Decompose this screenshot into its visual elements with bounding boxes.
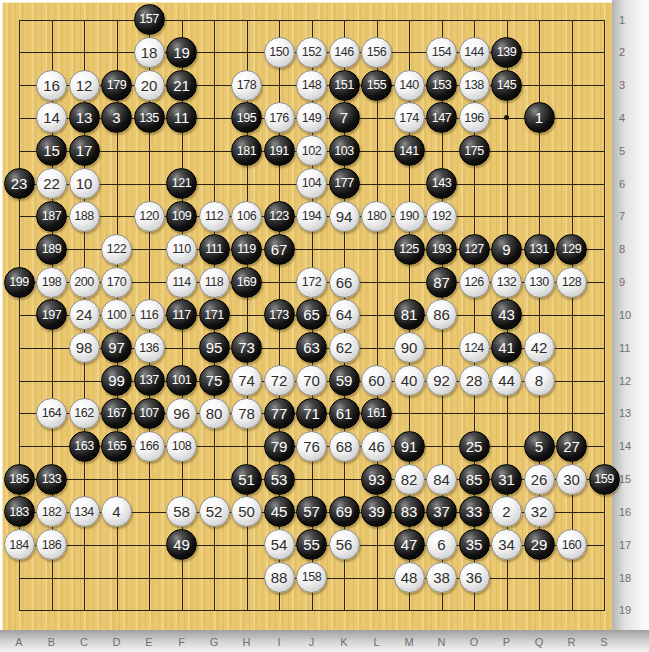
stone-white-60: 60 <box>361 365 392 396</box>
stone-black-49: 49 <box>166 529 197 560</box>
stone-white-72: 72 <box>264 365 295 396</box>
stone-white-114: 114 <box>166 267 197 298</box>
stone-black-69: 69 <box>329 496 360 527</box>
col-label-P: P <box>497 636 517 648</box>
col-label-Q: Q <box>529 636 549 648</box>
grid-vline <box>572 20 573 612</box>
stone-white-16: 16 <box>36 70 67 101</box>
row-label-18: 18 <box>619 572 639 584</box>
stone-white-180: 180 <box>361 201 392 232</box>
stone-black-13: 13 <box>69 102 100 133</box>
stone-black-83: 83 <box>394 496 425 527</box>
stone-black-129: 129 <box>556 234 587 265</box>
stone-white-26: 26 <box>524 464 555 495</box>
stone-white-34: 34 <box>491 529 522 560</box>
stone-black-99: 99 <box>101 365 132 396</box>
stone-black-145: 145 <box>491 70 522 101</box>
stone-white-80: 80 <box>199 398 230 429</box>
stone-white-20: 20 <box>134 70 165 101</box>
stone-white-10: 10 <box>69 168 100 199</box>
row-label-9: 9 <box>619 276 639 288</box>
stone-white-188: 188 <box>69 201 100 232</box>
stone-white-68: 68 <box>329 431 360 462</box>
row-label-10: 10 <box>619 309 639 321</box>
stone-white-64: 64 <box>329 299 360 330</box>
stone-black-193: 193 <box>426 234 457 265</box>
stone-white-176: 176 <box>264 102 295 133</box>
stone-white-130: 130 <box>524 267 555 298</box>
col-label-G: G <box>204 636 224 648</box>
stone-black-153: 153 <box>426 70 457 101</box>
bottom-label-strip <box>0 630 649 652</box>
stone-white-166: 166 <box>134 431 165 462</box>
stone-white-112: 112 <box>199 201 230 232</box>
col-label-H: H <box>237 636 257 648</box>
stone-white-96: 96 <box>166 398 197 429</box>
stone-white-144: 144 <box>459 37 490 68</box>
stone-white-56: 56 <box>329 529 360 560</box>
stone-white-8: 8 <box>524 365 555 396</box>
stone-black-35: 35 <box>459 529 490 560</box>
stone-white-90: 90 <box>394 332 425 363</box>
stone-white-92: 92 <box>426 365 457 396</box>
row-label-12: 12 <box>619 375 639 387</box>
stone-black-135: 135 <box>134 102 165 133</box>
stone-black-147: 147 <box>426 102 457 133</box>
stone-white-190: 190 <box>394 201 425 232</box>
stone-black-11: 11 <box>166 102 197 133</box>
col-label-M: M <box>399 636 419 648</box>
stone-black-33: 33 <box>459 496 490 527</box>
stone-black-117: 117 <box>166 299 197 330</box>
stone-white-108: 108 <box>166 431 197 462</box>
stone-white-152: 152 <box>296 37 327 68</box>
stone-white-86: 86 <box>426 299 457 330</box>
stone-white-156: 156 <box>361 37 392 68</box>
stone-white-158: 158 <box>296 562 327 593</box>
stone-black-55: 55 <box>296 529 327 560</box>
row-label-1: 1 <box>619 14 639 26</box>
stone-white-78: 78 <box>231 398 262 429</box>
stone-black-59: 59 <box>329 365 360 396</box>
stone-black-9: 9 <box>491 234 522 265</box>
stone-black-45: 45 <box>264 496 295 527</box>
stone-black-17: 17 <box>69 135 100 166</box>
stone-white-154: 154 <box>426 37 457 68</box>
stone-white-74: 74 <box>231 365 262 396</box>
stone-black-111: 111 <box>199 234 230 265</box>
page: 1571819150152146156154144139161217920211… <box>0 0 649 652</box>
stone-white-104: 104 <box>296 168 327 199</box>
stone-black-21: 21 <box>166 70 197 101</box>
stone-white-126: 126 <box>459 267 490 298</box>
stone-white-146: 146 <box>329 37 360 68</box>
stone-white-36: 36 <box>459 562 490 593</box>
stone-black-155: 155 <box>361 70 392 101</box>
stone-white-200: 200 <box>69 267 100 298</box>
stone-black-71: 71 <box>296 398 327 429</box>
stone-white-42: 42 <box>524 332 555 363</box>
stone-white-162: 162 <box>69 398 100 429</box>
stone-white-76: 76 <box>296 431 327 462</box>
stone-black-29: 29 <box>524 529 555 560</box>
stone-white-118: 118 <box>199 267 230 298</box>
stone-white-198: 198 <box>36 267 67 298</box>
stone-white-120: 120 <box>134 201 165 232</box>
stone-black-177: 177 <box>329 168 360 199</box>
stone-black-195: 195 <box>231 102 262 133</box>
stone-black-131: 131 <box>524 234 555 265</box>
stone-white-28: 28 <box>459 365 490 396</box>
stone-black-183: 183 <box>4 496 35 527</box>
stone-white-84: 84 <box>426 464 457 495</box>
stone-black-127: 127 <box>459 234 490 265</box>
stone-white-44: 44 <box>491 365 522 396</box>
stone-black-171: 171 <box>199 299 230 330</box>
stone-black-65: 65 <box>296 299 327 330</box>
stone-white-4: 4 <box>101 496 132 527</box>
stone-white-24: 24 <box>69 299 100 330</box>
stone-black-87: 87 <box>426 267 457 298</box>
row-label-11: 11 <box>619 342 639 354</box>
col-label-E: E <box>139 636 159 648</box>
stone-black-159: 159 <box>589 464 620 495</box>
stone-white-52: 52 <box>199 496 230 527</box>
stone-white-174: 174 <box>394 102 425 133</box>
stone-white-40: 40 <box>394 365 425 396</box>
stone-white-170: 170 <box>101 267 132 298</box>
row-label-5: 5 <box>619 145 639 157</box>
stone-white-2: 2 <box>491 496 522 527</box>
stone-white-124: 124 <box>459 332 490 363</box>
col-label-D: D <box>107 636 127 648</box>
col-label-L: L <box>367 636 387 648</box>
star-point <box>504 115 509 120</box>
stone-black-1: 1 <box>524 102 555 133</box>
col-label-B: B <box>42 636 62 648</box>
stone-black-63: 63 <box>296 332 327 363</box>
col-label-R: R <box>562 636 582 648</box>
stone-white-136: 136 <box>134 332 165 363</box>
stone-white-12: 12 <box>69 70 100 101</box>
stone-white-48: 48 <box>394 562 425 593</box>
stone-black-109: 109 <box>166 201 197 232</box>
stone-black-103: 103 <box>329 135 360 166</box>
stone-black-119: 119 <box>231 234 262 265</box>
stone-white-102: 102 <box>296 135 327 166</box>
stone-black-181: 181 <box>231 135 262 166</box>
stone-black-199: 199 <box>4 267 35 298</box>
stone-white-132: 132 <box>491 267 522 298</box>
stone-white-14: 14 <box>36 102 67 133</box>
stone-white-196: 196 <box>459 102 490 133</box>
stone-white-6: 6 <box>426 529 457 560</box>
stone-white-138: 138 <box>459 70 490 101</box>
stone-black-23: 23 <box>4 168 35 199</box>
stone-white-82: 82 <box>394 464 425 495</box>
col-label-C: C <box>74 636 94 648</box>
stone-white-98: 98 <box>69 332 100 363</box>
col-label-K: K <box>334 636 354 648</box>
stone-black-85: 85 <box>459 464 490 495</box>
stone-white-184: 184 <box>4 529 35 560</box>
stone-black-143: 143 <box>426 168 457 199</box>
stone-black-31: 31 <box>491 464 522 495</box>
stone-black-41: 41 <box>491 332 522 363</box>
stone-white-88: 88 <box>264 562 295 593</box>
stone-black-133: 133 <box>36 464 67 495</box>
stone-white-62: 62 <box>329 332 360 363</box>
stone-black-157: 157 <box>134 4 165 35</box>
stone-white-182: 182 <box>36 496 67 527</box>
stone-white-70: 70 <box>296 365 327 396</box>
stone-black-57: 57 <box>296 496 327 527</box>
stone-black-173: 173 <box>264 299 295 330</box>
stone-white-122: 122 <box>101 234 132 265</box>
stone-black-165: 165 <box>101 431 132 462</box>
row-label-16: 16 <box>619 506 639 518</box>
stone-black-7: 7 <box>329 102 360 133</box>
grid-hline <box>19 610 605 611</box>
go-board[interactable]: 1571819150152146156154144139161217920211… <box>2 2 612 630</box>
row-label-17: 17 <box>619 539 639 551</box>
stone-white-30: 30 <box>556 464 587 495</box>
stone-white-100: 100 <box>101 299 132 330</box>
stone-black-93: 93 <box>361 464 392 495</box>
stone-black-151: 151 <box>329 70 360 101</box>
stone-white-150: 150 <box>264 37 295 68</box>
stone-white-178: 178 <box>231 70 262 101</box>
stone-white-50: 50 <box>231 496 262 527</box>
stone-black-97: 97 <box>101 332 132 363</box>
row-label-15: 15 <box>619 473 639 485</box>
right-label-strip <box>612 0 649 652</box>
stone-black-53: 53 <box>264 464 295 495</box>
stone-black-137: 137 <box>134 365 165 396</box>
stone-black-121: 121 <box>166 168 197 199</box>
col-label-F: F <box>172 636 192 648</box>
stone-white-94: 94 <box>329 201 360 232</box>
stone-black-107: 107 <box>134 398 165 429</box>
stone-black-61: 61 <box>329 398 360 429</box>
stone-white-128: 128 <box>556 267 587 298</box>
row-label-4: 4 <box>619 112 639 124</box>
row-label-3: 3 <box>619 79 639 91</box>
stone-white-116: 116 <box>134 299 165 330</box>
grid-vline <box>604 20 605 612</box>
col-label-J: J <box>302 636 322 648</box>
stone-white-192: 192 <box>426 201 457 232</box>
stone-black-125: 125 <box>394 234 425 265</box>
stone-black-27: 27 <box>556 431 587 462</box>
stone-black-175: 175 <box>459 135 490 166</box>
stone-white-54: 54 <box>264 529 295 560</box>
stone-black-95: 95 <box>199 332 230 363</box>
stone-black-101: 101 <box>166 365 197 396</box>
stone-black-15: 15 <box>36 135 67 166</box>
stone-black-75: 75 <box>199 365 230 396</box>
stone-black-163: 163 <box>69 431 100 462</box>
col-label-N: N <box>432 636 452 648</box>
stone-black-47: 47 <box>394 529 425 560</box>
stone-black-81: 81 <box>394 299 425 330</box>
stone-white-58: 58 <box>166 496 197 527</box>
col-label-I: I <box>269 636 289 648</box>
row-label-19: 19 <box>619 604 639 616</box>
stone-black-123: 123 <box>264 201 295 232</box>
stone-black-77: 77 <box>264 398 295 429</box>
col-label-O: O <box>464 636 484 648</box>
stone-white-194: 194 <box>296 201 327 232</box>
stone-white-140: 140 <box>394 70 425 101</box>
stone-black-3: 3 <box>101 102 132 133</box>
stone-black-167: 167 <box>101 398 132 429</box>
stone-black-91: 91 <box>394 431 425 462</box>
stone-white-134: 134 <box>69 496 100 527</box>
stone-black-189: 189 <box>36 234 67 265</box>
stone-white-22: 22 <box>36 168 67 199</box>
stone-black-139: 139 <box>491 37 522 68</box>
col-label-S: S <box>594 636 614 648</box>
stone-black-37: 37 <box>426 496 457 527</box>
stone-black-73: 73 <box>231 332 262 363</box>
row-label-6: 6 <box>619 178 639 190</box>
stone-white-186: 186 <box>36 529 67 560</box>
stone-black-79: 79 <box>264 431 295 462</box>
stone-black-19: 19 <box>166 37 197 68</box>
stone-black-51: 51 <box>231 464 262 495</box>
stone-black-197: 197 <box>36 299 67 330</box>
stone-white-149: 149 <box>296 102 327 133</box>
stone-white-172: 172 <box>296 267 327 298</box>
stone-black-161: 161 <box>361 398 392 429</box>
stone-white-18: 18 <box>134 37 165 68</box>
stone-white-106: 106 <box>231 201 262 232</box>
col-label-A: A <box>9 636 29 648</box>
stone-black-5: 5 <box>524 431 555 462</box>
stone-black-187: 187 <box>36 201 67 232</box>
stone-white-38: 38 <box>426 562 457 593</box>
stone-black-185: 185 <box>4 464 35 495</box>
row-label-13: 13 <box>619 407 639 419</box>
stone-black-25: 25 <box>459 431 490 462</box>
row-label-7: 7 <box>619 210 639 222</box>
row-label-2: 2 <box>619 46 639 58</box>
stone-white-160: 160 <box>556 529 587 560</box>
stone-white-32: 32 <box>524 496 555 527</box>
stone-black-169: 169 <box>231 267 262 298</box>
stone-black-43: 43 <box>491 299 522 330</box>
stone-black-39: 39 <box>361 496 392 527</box>
row-label-14: 14 <box>619 440 639 452</box>
stone-white-110: 110 <box>166 234 197 265</box>
stone-black-179: 179 <box>101 70 132 101</box>
stone-white-148: 148 <box>296 70 327 101</box>
stone-white-164: 164 <box>36 398 67 429</box>
stone-black-191: 191 <box>264 135 295 166</box>
stone-white-46: 46 <box>361 431 392 462</box>
stone-black-67: 67 <box>264 234 295 265</box>
stone-white-66: 66 <box>329 267 360 298</box>
row-label-8: 8 <box>619 243 639 255</box>
stone-black-141: 141 <box>394 135 425 166</box>
